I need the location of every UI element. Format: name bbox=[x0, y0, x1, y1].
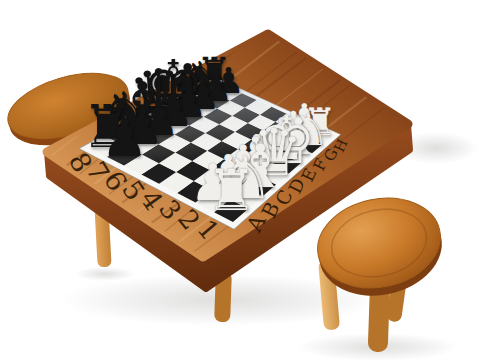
piece-black-pawn-a7[interactable]: ♟ bbox=[101, 112, 148, 164]
floor-shadow-leg bbox=[75, 267, 135, 281]
stool-right bbox=[309, 187, 450, 352]
chess-table-scene: 12345678ABCDEFGH ♜♟♞♟♝♟♚♟♛♟♝♟♟♜♞♟♞♟♟♜♝♟♟… bbox=[0, 0, 480, 360]
piece-white-rook-a1[interactable]: ♜ bbox=[206, 163, 257, 220]
